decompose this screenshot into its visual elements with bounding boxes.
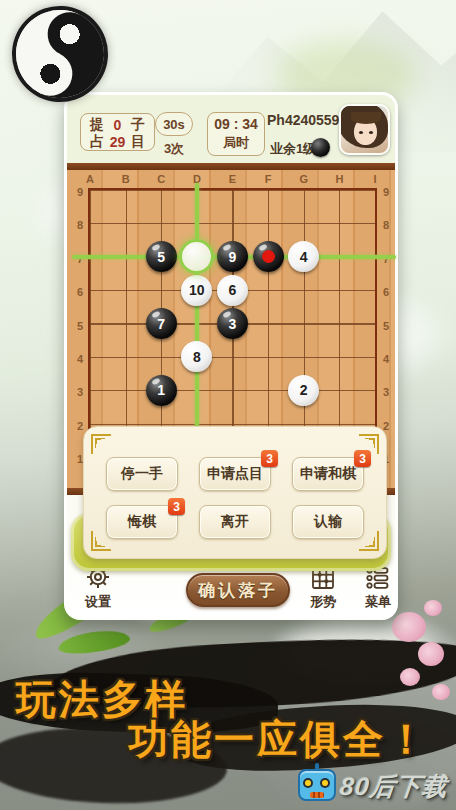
- gold-corner-ornament: [91, 434, 111, 454]
- magnolia-flower-decor: [418, 642, 444, 666]
- territory-row: 占 29 目: [81, 133, 154, 150]
- pass-button[interactable]: 停一手: [106, 457, 178, 491]
- byoyomi-time: 30s: [155, 112, 193, 136]
- board-coordinate: 4: [77, 353, 83, 365]
- stone-white-G3: 2: [288, 375, 319, 406]
- leave-button-label: 离开: [221, 513, 249, 531]
- stone-black-C3: 1: [146, 375, 177, 406]
- count-badge: 3: [261, 450, 278, 467]
- board-coordinate: A: [86, 173, 94, 185]
- pass-button-label: 停一手: [121, 465, 163, 483]
- game-panel: 提 0 子 占 29 目 30s 3次 09 : 34 局时 Ph4240559…: [64, 92, 398, 620]
- board-coordinate: 9: [383, 186, 389, 198]
- request-draw-button[interactable]: 申请和棋3: [292, 457, 364, 491]
- stone-white-E6: 6: [217, 275, 248, 306]
- board-coordinate: 6: [383, 286, 389, 298]
- robot-eye: [303, 778, 313, 788]
- magnolia-flower-decor: [392, 612, 426, 642]
- settings-label: 设置: [85, 593, 111, 611]
- stone-white-D6: 10: [181, 275, 212, 306]
- situation-label: 形势: [310, 593, 336, 611]
- stone-black-E5: 3: [217, 308, 248, 339]
- territory-label: 占: [90, 133, 104, 151]
- screen: 提 0 子 占 29 目 30s 3次 09 : 34 局时 Ph4240559…: [0, 0, 456, 810]
- robot-mouth: [310, 792, 324, 798]
- avatar-eye: [359, 131, 363, 134]
- menu-button[interactable]: 菜单: [356, 565, 400, 611]
- board-coordinate: 4: [383, 353, 389, 365]
- action-row-1: 停一手申请点目3申请和棋3: [84, 457, 386, 491]
- avatar-eye: [369, 131, 373, 134]
- promo-line-2: 功能一应俱全！: [128, 712, 429, 767]
- situation-button[interactable]: 形势: [301, 565, 345, 611]
- robot-eye: [320, 778, 330, 788]
- board-coordinate: H: [335, 173, 343, 185]
- board-coordinate: 9: [77, 186, 83, 198]
- clock-label: 局时: [208, 134, 264, 152]
- watermark-text: 80后下载: [338, 770, 449, 803]
- avatar-bang: [351, 112, 381, 124]
- clock-time: 09 : 34: [208, 116, 264, 132]
- clock-box: 09 : 34 局时: [207, 112, 265, 156]
- leave-button[interactable]: 离开: [199, 505, 271, 539]
- request-scoring-button[interactable]: 申请点目3: [199, 457, 271, 491]
- territory-value: 29: [110, 134, 126, 150]
- undo-button[interactable]: 悔棋3: [106, 505, 178, 539]
- magnolia-flower-decor: [424, 600, 442, 616]
- magnolia-flower-decor: [400, 668, 420, 686]
- robot-icon: [294, 763, 340, 805]
- count-badge: 3: [354, 450, 371, 467]
- menu-label: 菜单: [365, 593, 391, 611]
- captures-value: 0: [114, 117, 122, 133]
- score-box: 提 0 子 占 29 目: [80, 113, 155, 151]
- board-coordinate: 6: [77, 286, 83, 298]
- captures-unit: 子: [131, 116, 145, 134]
- board-coordinate: C: [157, 173, 165, 185]
- board-coordinate: E: [229, 173, 236, 185]
- count-badge: 3: [168, 498, 185, 515]
- byoyomi-periods: 3次: [155, 140, 193, 158]
- board-coordinate: I: [373, 173, 376, 185]
- board-coordinate: F: [265, 173, 272, 185]
- resign-button[interactable]: 认输: [292, 505, 364, 539]
- board-coordinate: B: [122, 173, 130, 185]
- resign-button-label: 认输: [314, 513, 342, 531]
- board-coordinate: 5: [77, 320, 83, 332]
- request-draw-button-label: 申请和棋: [300, 465, 356, 483]
- stone-black-C5: 7: [146, 308, 177, 339]
- territory-unit: 目: [131, 133, 145, 151]
- request-scoring-button-label: 申请点目: [207, 465, 263, 483]
- board-coordinate: 5: [383, 320, 389, 332]
- board-coordinate: 8: [77, 219, 83, 231]
- board-coordinate: 2: [77, 420, 83, 432]
- captures-label: 提: [90, 116, 104, 134]
- action-panel: 停一手申请点目3申请和棋3 悔棋3离开认输: [83, 426, 387, 559]
- action-row-2: 悔棋3离开认输: [84, 505, 386, 539]
- player-avatar[interactable]: [339, 104, 390, 155]
- player-color-stone-icon: [311, 138, 330, 157]
- stone-black-C7: 5: [146, 241, 177, 272]
- stone-black-F7: [253, 241, 284, 272]
- board-coordinate: 3: [383, 386, 389, 398]
- board-coordinate: 2: [383, 420, 389, 432]
- board-coordinate: G: [299, 173, 308, 185]
- magnolia-flower-decor: [432, 684, 450, 700]
- board-coordinate: 3: [77, 386, 83, 398]
- last-move-marker: [262, 250, 275, 263]
- board-coordinate: 8: [383, 219, 389, 231]
- confirm-move-button[interactable]: 确认落子: [186, 573, 290, 607]
- player-name: Ph4240559: [267, 112, 337, 128]
- captures-row: 提 0 子: [81, 116, 154, 133]
- undo-button-label: 悔棋: [128, 513, 156, 531]
